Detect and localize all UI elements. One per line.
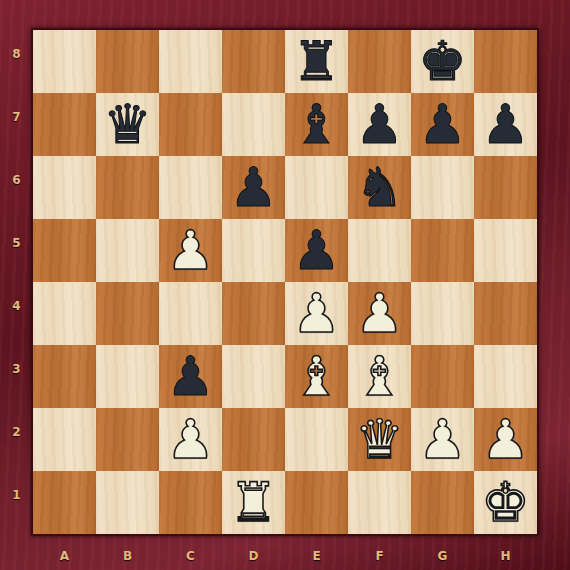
square-h8[interactable] <box>474 30 537 93</box>
piece-white-pawn[interactable]: ♟ <box>474 408 537 471</box>
square-c3[interactable]: ♟ <box>159 345 222 408</box>
rank-label-1: 1 <box>0 463 33 526</box>
piece-white-bishop[interactable]: ♝ <box>348 345 411 408</box>
rank-label-5: 5 <box>0 211 33 274</box>
square-d3[interactable] <box>222 345 285 408</box>
square-g7[interactable]: ♟ <box>411 93 474 156</box>
piece-black-bishop[interactable]: ♝ <box>285 93 348 156</box>
square-d8[interactable] <box>222 30 285 93</box>
square-e5[interactable]: ♟ <box>285 219 348 282</box>
piece-white-pawn[interactable]: ♟ <box>411 408 474 471</box>
square-f2[interactable]: ♛ <box>348 408 411 471</box>
square-c6[interactable] <box>159 156 222 219</box>
square-g8[interactable]: ♚ <box>411 30 474 93</box>
square-c7[interactable] <box>159 93 222 156</box>
square-a6[interactable] <box>33 156 96 219</box>
square-g6[interactable] <box>411 156 474 219</box>
square-f7[interactable]: ♟ <box>348 93 411 156</box>
square-b6[interactable] <box>96 156 159 219</box>
piece-black-pawn[interactable]: ♟ <box>222 156 285 219</box>
piece-white-pawn[interactable]: ♟ <box>348 282 411 345</box>
square-c2[interactable]: ♟ <box>159 408 222 471</box>
square-g5[interactable] <box>411 219 474 282</box>
rank-label-8: 8 <box>0 22 33 85</box>
file-labels: ABCDEFGH <box>33 534 537 570</box>
square-h4[interactable] <box>474 282 537 345</box>
square-g1[interactable] <box>411 471 474 534</box>
square-f3[interactable]: ♝ <box>348 345 411 408</box>
square-f1[interactable] <box>348 471 411 534</box>
square-d7[interactable] <box>222 93 285 156</box>
square-f5[interactable] <box>348 219 411 282</box>
piece-white-queen[interactable]: ♛ <box>348 408 411 471</box>
square-e8[interactable]: ♜ <box>285 30 348 93</box>
rank-label-4: 4 <box>0 274 33 337</box>
square-f6[interactable]: ♞ <box>348 156 411 219</box>
square-g2[interactable]: ♟ <box>411 408 474 471</box>
file-label-d: D <box>222 534 285 570</box>
piece-white-pawn[interactable]: ♟ <box>285 282 348 345</box>
square-b2[interactable] <box>96 408 159 471</box>
rank-labels: 87654321 <box>0 30 33 534</box>
file-label-c: C <box>159 534 222 570</box>
square-e6[interactable] <box>285 156 348 219</box>
piece-black-queen[interactable]: ♛ <box>96 93 159 156</box>
piece-white-king[interactable]: ♚ <box>474 471 537 534</box>
piece-black-pawn[interactable]: ♟ <box>411 93 474 156</box>
square-b1[interactable] <box>96 471 159 534</box>
chess-board: ♜♚♛♝♟♟♟♟♞♟♟♟♟♟♝♝♟♛♟♟♜♚ <box>33 30 537 534</box>
square-e2[interactable] <box>285 408 348 471</box>
square-g4[interactable] <box>411 282 474 345</box>
square-d1[interactable]: ♜ <box>222 471 285 534</box>
square-c5[interactable]: ♟ <box>159 219 222 282</box>
square-a7[interactable] <box>33 93 96 156</box>
piece-black-knight[interactable]: ♞ <box>348 156 411 219</box>
square-h6[interactable] <box>474 156 537 219</box>
chessboard-screenshot: ♜♚♛♝♟♟♟♟♞♟♟♟♟♟♝♝♟♛♟♟♜♚ 87654321 ABCDEFGH <box>0 0 570 570</box>
square-h5[interactable] <box>474 219 537 282</box>
square-a5[interactable] <box>33 219 96 282</box>
square-f8[interactable] <box>348 30 411 93</box>
piece-white-rook[interactable]: ♜ <box>222 471 285 534</box>
file-label-e: E <box>285 534 348 570</box>
piece-white-pawn[interactable]: ♟ <box>159 408 222 471</box>
square-g3[interactable] <box>411 345 474 408</box>
piece-black-rook[interactable]: ♜ <box>285 30 348 93</box>
square-a8[interactable] <box>33 30 96 93</box>
square-a1[interactable] <box>33 471 96 534</box>
square-e4[interactable]: ♟ <box>285 282 348 345</box>
rank-label-6: 6 <box>0 148 33 211</box>
square-d5[interactable] <box>222 219 285 282</box>
square-e3[interactable]: ♝ <box>285 345 348 408</box>
square-h2[interactable]: ♟ <box>474 408 537 471</box>
square-e1[interactable] <box>285 471 348 534</box>
square-b8[interactable] <box>96 30 159 93</box>
square-a2[interactable] <box>33 408 96 471</box>
file-label-a: A <box>33 534 96 570</box>
file-label-g: G <box>411 534 474 570</box>
square-b5[interactable] <box>96 219 159 282</box>
piece-white-bishop[interactable]: ♝ <box>285 345 348 408</box>
square-b4[interactable] <box>96 282 159 345</box>
rank-label-3: 3 <box>0 337 33 400</box>
square-h3[interactable] <box>474 345 537 408</box>
square-b3[interactable] <box>96 345 159 408</box>
file-label-f: F <box>348 534 411 570</box>
piece-black-pawn[interactable]: ♟ <box>474 93 537 156</box>
piece-white-pawn[interactable]: ♟ <box>159 219 222 282</box>
square-e7[interactable]: ♝ <box>285 93 348 156</box>
square-d4[interactable] <box>222 282 285 345</box>
square-b7[interactable]: ♛ <box>96 93 159 156</box>
file-label-h: H <box>474 534 537 570</box>
square-c4[interactable] <box>159 282 222 345</box>
square-h7[interactable]: ♟ <box>474 93 537 156</box>
square-d6[interactable]: ♟ <box>222 156 285 219</box>
piece-black-king[interactable]: ♚ <box>411 30 474 93</box>
square-h1[interactable]: ♚ <box>474 471 537 534</box>
square-f4[interactable]: ♟ <box>348 282 411 345</box>
square-d2[interactable] <box>222 408 285 471</box>
file-label-b: B <box>96 534 159 570</box>
square-a3[interactable] <box>33 345 96 408</box>
rank-label-7: 7 <box>0 85 33 148</box>
piece-black-pawn[interactable]: ♟ <box>159 345 222 408</box>
rank-label-2: 2 <box>0 400 33 463</box>
piece-black-pawn[interactable]: ♟ <box>285 219 348 282</box>
square-c8[interactable] <box>159 30 222 93</box>
piece-black-pawn[interactable]: ♟ <box>348 93 411 156</box>
square-a4[interactable] <box>33 282 96 345</box>
square-c1[interactable] <box>159 471 222 534</box>
